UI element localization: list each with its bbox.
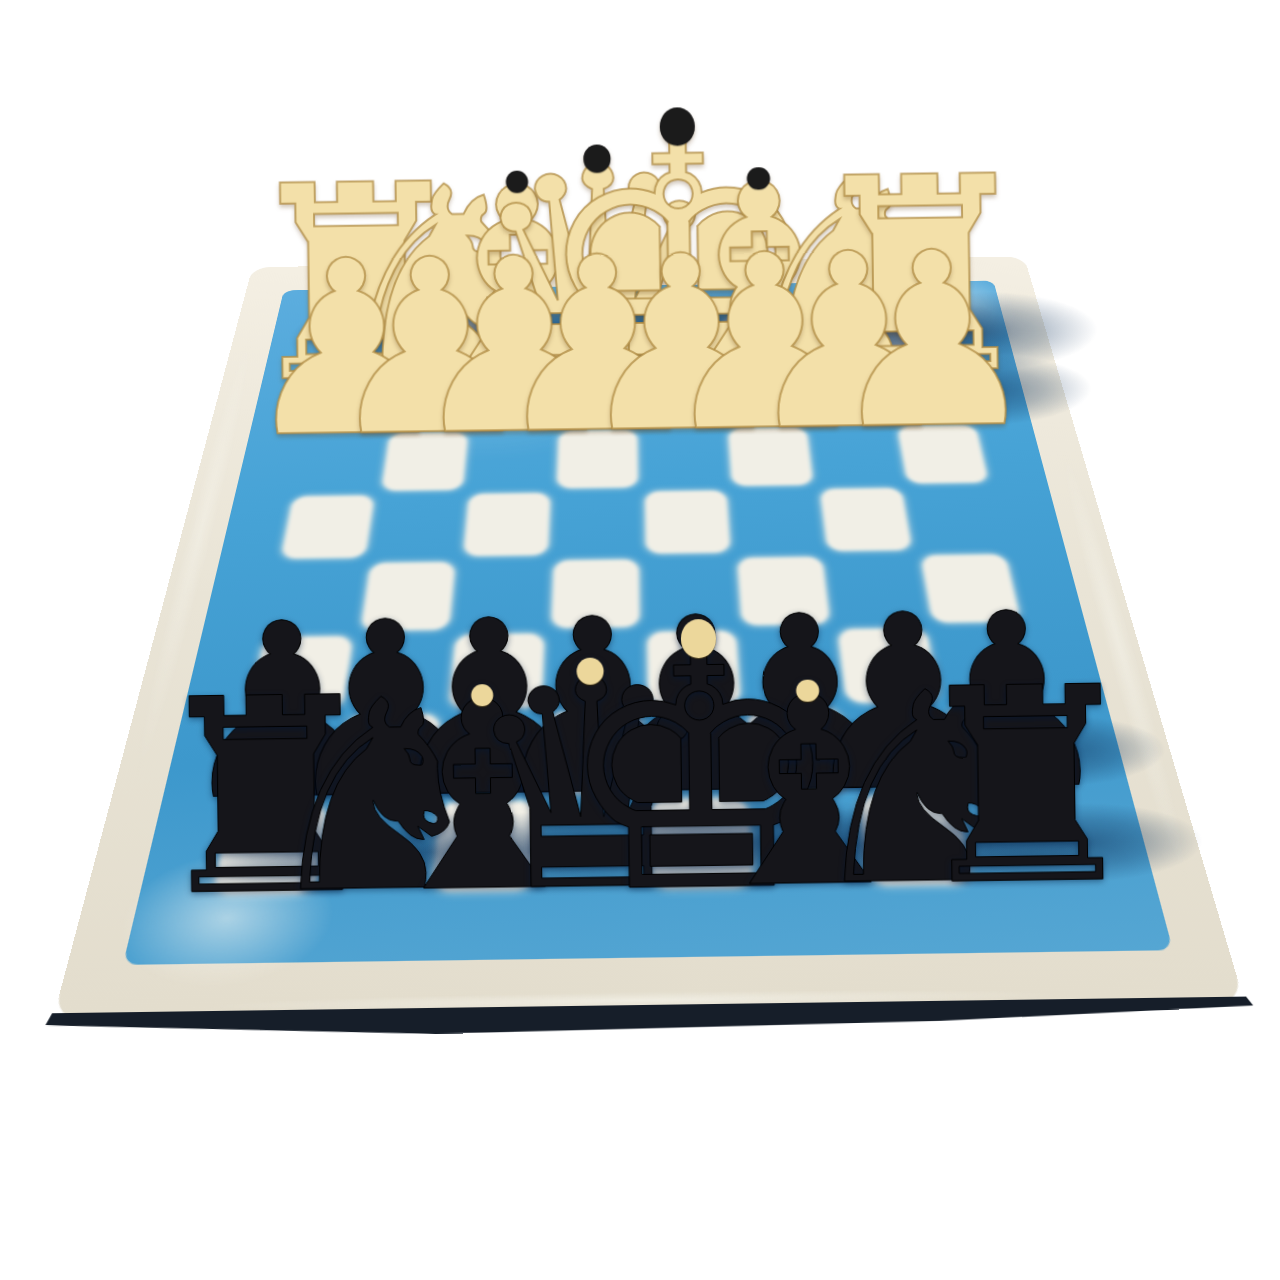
piece-black-rook: ♜: [904, 651, 1148, 922]
black-rook-glyph: ♜: [904, 651, 1148, 922]
pieces-layer: ♜♞♝♛♚♝♞♜♟♟♟♟♟♟♟♟♟♟♟♟♟♟♟♟♜♞♝♛♚♝♞♜: [0, 0, 1280, 1280]
white-pawn-glyph: ♟: [824, 219, 1042, 462]
photo-stage: ♜♞♝♛♚♝♞♜♟♟♟♟♟♟♟♟♟♟♟♟♟♟♟♟♜♞♝♛♚♝♞♜ Overhea…: [0, 0, 1280, 1280]
board-photo: ♜♞♝♛♚♝♞♜♟♟♟♟♟♟♟♟♟♟♟♟♟♟♟♟♜♞♝♛♚♝♞♜: [0, 0, 1280, 1280]
piece-white-pawn: ♟: [824, 219, 1042, 462]
